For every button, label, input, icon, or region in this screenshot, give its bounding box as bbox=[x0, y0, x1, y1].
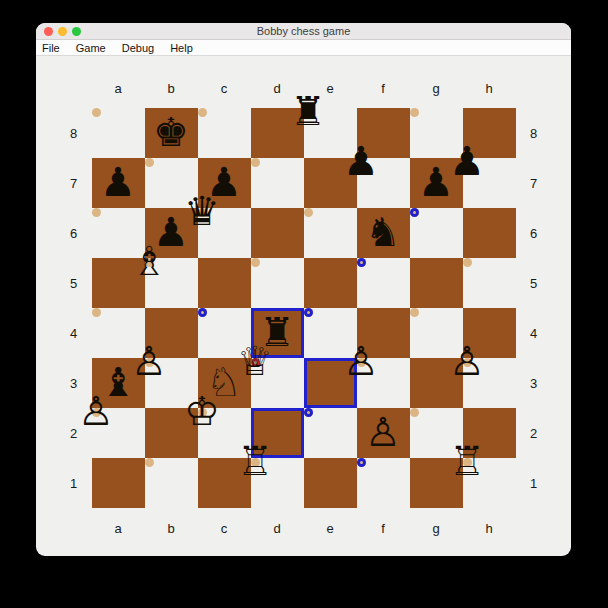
square-h1[interactable]: ♖ bbox=[463, 458, 472, 467]
traffic-lights bbox=[44, 27, 81, 36]
black-bishop-a3: ♝ bbox=[100, 362, 136, 402]
square-c4[interactable] bbox=[198, 308, 207, 317]
square-a4[interactable] bbox=[92, 308, 101, 317]
square-b2[interactable] bbox=[145, 408, 198, 458]
white-knight-c3: ♘ bbox=[206, 362, 242, 402]
square-b6[interactable]: ♟ bbox=[145, 208, 198, 258]
rank-label-5: 5 bbox=[516, 258, 552, 308]
rank-label-2: 2 bbox=[516, 408, 552, 458]
rank-label-4: 4 bbox=[56, 308, 92, 358]
chess-board: aabbccddeeffgghh8877665544332211♚♜♟♟♟♟♟♟… bbox=[56, 68, 552, 548]
black-pawn-c7: ♟ bbox=[206, 162, 242, 202]
rank-label-7: 7 bbox=[56, 158, 92, 208]
file-label-d: d bbox=[251, 68, 304, 108]
rank-label-2: 2 bbox=[56, 408, 92, 458]
square-e2[interactable] bbox=[304, 408, 313, 417]
rank-label-8: 8 bbox=[56, 108, 92, 158]
square-e1[interactable] bbox=[304, 458, 357, 508]
square-a1[interactable] bbox=[92, 458, 145, 508]
file-label-c: c bbox=[198, 68, 251, 108]
rank-label-3: 3 bbox=[56, 358, 92, 408]
minimize-button[interactable] bbox=[58, 27, 67, 36]
file-label-e: e bbox=[304, 68, 357, 108]
file-label-f: f bbox=[357, 508, 410, 548]
rank-label-8: 8 bbox=[516, 108, 552, 158]
square-b3[interactable]: ♙ bbox=[145, 358, 154, 367]
square-b4[interactable] bbox=[145, 308, 198, 358]
file-label-h: h bbox=[463, 508, 516, 548]
square-h5[interactable] bbox=[463, 258, 472, 267]
square-d8[interactable] bbox=[251, 108, 304, 158]
square-e7[interactable] bbox=[304, 158, 357, 208]
rank-label-6: 6 bbox=[516, 208, 552, 258]
square-g3[interactable] bbox=[410, 358, 463, 408]
black-pawn-g7: ♟ bbox=[418, 162, 454, 202]
menu-item-help[interactable]: Help bbox=[170, 42, 193, 54]
square-d4[interactable]: ♜ bbox=[251, 308, 304, 358]
square-b5[interactable]: ♗ bbox=[145, 258, 154, 267]
square-h4[interactable] bbox=[463, 308, 516, 358]
square-a6[interactable] bbox=[92, 208, 101, 217]
rank-label-7: 7 bbox=[516, 158, 552, 208]
menu-item-game[interactable]: Game bbox=[76, 42, 106, 54]
square-f2[interactable]: ♙ bbox=[357, 408, 410, 458]
square-g1[interactable] bbox=[410, 458, 463, 508]
square-d2[interactable] bbox=[251, 408, 304, 458]
rank-label-1: 1 bbox=[516, 458, 552, 508]
square-g7[interactable]: ♟ bbox=[410, 158, 463, 208]
black-rook-d4: ♜ bbox=[259, 312, 295, 352]
black-pawn-a7: ♟ bbox=[100, 162, 136, 202]
close-button[interactable] bbox=[44, 27, 53, 36]
square-g4[interactable] bbox=[410, 308, 419, 317]
white-pawn-f2: ♙ bbox=[365, 412, 401, 452]
square-e6[interactable] bbox=[304, 208, 313, 217]
file-label-a: a bbox=[92, 68, 145, 108]
square-f6[interactable]: ♞ bbox=[357, 208, 410, 258]
square-b7[interactable] bbox=[145, 158, 154, 167]
file-label-h: h bbox=[463, 68, 516, 108]
square-a5[interactable] bbox=[92, 258, 145, 308]
square-a2[interactable]: ♙ bbox=[92, 408, 101, 417]
square-f7[interactable]: ♟ bbox=[357, 158, 366, 167]
file-label-g: g bbox=[410, 508, 463, 548]
file-label-g: g bbox=[410, 68, 463, 108]
file-label-e: e bbox=[304, 508, 357, 548]
square-h7[interactable]: ♟ bbox=[463, 158, 472, 167]
square-c1[interactable] bbox=[198, 458, 251, 508]
square-g2[interactable] bbox=[410, 408, 419, 417]
menu-bar: FileGameDebugHelp bbox=[36, 40, 571, 56]
square-g6[interactable] bbox=[410, 208, 419, 217]
square-c8[interactable] bbox=[198, 108, 207, 117]
square-e8[interactable]: ♜ bbox=[304, 108, 313, 117]
square-c6[interactable]: ♛ bbox=[198, 208, 207, 217]
rank-label-5: 5 bbox=[56, 258, 92, 308]
rank-label-4: 4 bbox=[516, 308, 552, 358]
rank-label-3: 3 bbox=[516, 358, 552, 408]
zoom-button[interactable] bbox=[72, 27, 81, 36]
menu-item-debug[interactable]: Debug bbox=[122, 42, 154, 54]
square-c7[interactable]: ♟ bbox=[198, 158, 251, 208]
file-label-d: d bbox=[251, 508, 304, 548]
square-c5[interactable] bbox=[198, 258, 251, 308]
square-a7[interactable]: ♟ bbox=[92, 158, 145, 208]
square-d3[interactable]: ♕ bbox=[251, 358, 260, 367]
square-f8[interactable] bbox=[357, 108, 410, 158]
black-king-b8: ♚ bbox=[153, 112, 189, 152]
square-b8[interactable]: ♚ bbox=[145, 108, 198, 158]
square-f5[interactable] bbox=[357, 258, 366, 267]
square-d5[interactable] bbox=[251, 258, 260, 267]
square-a8[interactable] bbox=[92, 108, 101, 117]
square-e4[interactable] bbox=[304, 308, 313, 317]
square-d6[interactable] bbox=[251, 208, 304, 258]
square-a3[interactable]: ♝ bbox=[92, 358, 145, 408]
square-c3[interactable]: ♘ bbox=[198, 358, 251, 408]
file-label-f: f bbox=[357, 68, 410, 108]
square-h2[interactable] bbox=[463, 408, 516, 458]
square-c2[interactable]: ♔ bbox=[198, 408, 207, 417]
rank-label-1: 1 bbox=[56, 458, 92, 508]
title-bar: Bobby chess game bbox=[36, 23, 571, 40]
square-h6[interactable] bbox=[463, 208, 516, 258]
square-e3[interactable] bbox=[304, 358, 357, 408]
black-knight-f6: ♞ bbox=[365, 212, 401, 252]
square-b1[interactable] bbox=[145, 458, 154, 467]
window-title: Bobby chess game bbox=[36, 25, 571, 37]
rank-label-6: 6 bbox=[56, 208, 92, 258]
square-f3[interactable]: ♙ bbox=[357, 358, 366, 367]
square-d7[interactable] bbox=[251, 158, 260, 167]
square-h8[interactable] bbox=[463, 108, 516, 158]
square-e5[interactable] bbox=[304, 258, 357, 308]
square-f1[interactable] bbox=[357, 458, 366, 467]
file-label-c: c bbox=[198, 508, 251, 548]
app-window: Bobby chess game FileGameDebugHelp aabbc… bbox=[36, 23, 571, 556]
window-content: aabbccddeeffgghh8877665544332211♚♜♟♟♟♟♟♟… bbox=[36, 68, 571, 556]
menu-item-file[interactable]: File bbox=[42, 42, 60, 54]
square-h3[interactable]: ♙ bbox=[463, 358, 472, 367]
file-label-b: b bbox=[145, 508, 198, 548]
square-g5[interactable] bbox=[410, 258, 463, 308]
square-g8[interactable] bbox=[410, 108, 419, 117]
file-label-b: b bbox=[145, 68, 198, 108]
square-d1[interactable]: ♖ bbox=[251, 458, 260, 467]
file-label-a: a bbox=[92, 508, 145, 548]
black-pawn-b6: ♟ bbox=[153, 212, 189, 252]
square-f4[interactable] bbox=[357, 308, 410, 358]
